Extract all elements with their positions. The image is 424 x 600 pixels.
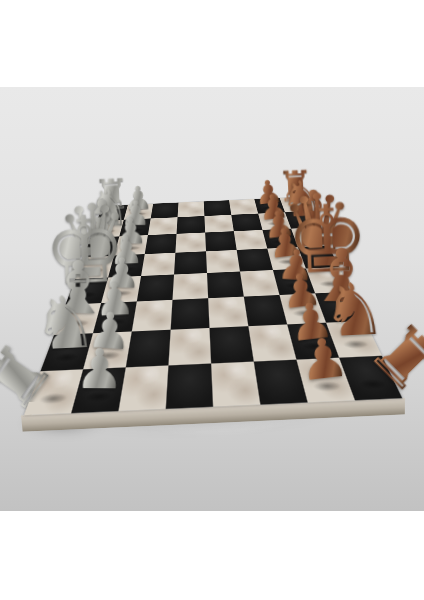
- piece-anchor-h1: ♜: [30, 396, 76, 398]
- chess-pieces-layer: ♜♟♟♜♞♟♟♞♝♟♟♝♛♟♟♛♚♟♟♚♝♟♟♝♞♟♟♞♜♟♟♜: [24, 197, 402, 416]
- piece-anchor-h7: ♟: [303, 384, 349, 386]
- piece-anchor-h8: ♜: [349, 382, 395, 384]
- chess-board: ♜♟♟♜♞♟♟♞♝♟♟♝♛♟♟♛♚♟♟♚♝♟♟♝♞♟♟♞♜♟♟♜: [24, 197, 402, 416]
- white-pawn-h2: ♟: [74, 344, 124, 395]
- piece-anchor-h2: ♟: [76, 394, 122, 396]
- product-photo: ♜♟♟♜♞♟♟♞♝♟♟♝♛♟♟♛♚♟♟♚♝♟♟♝♞♟♟♞♜♟♟♜: [0, 87, 424, 511]
- chess-set-3d-scene: ♜♟♟♜♞♟♟♞♝♟♟♝♛♟♟♛♚♟♟♚♝♟♟♝♞♟♟♞♜♟♟♜: [69, 135, 345, 411]
- black-pawn-h7: ♟: [296, 332, 351, 388]
- product-page: ♜♟♟♜♞♟♟♞♝♟♟♝♛♟♟♛♚♟♟♚♝♟♟♝♞♟♟♞♜♟♟♜: [0, 0, 424, 600]
